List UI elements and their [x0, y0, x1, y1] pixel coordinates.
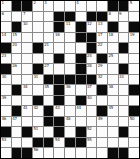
clue-number: 46 — [2, 117, 7, 121]
crossword-cell[interactable]: 8 — [108, 12, 118, 22]
block-cell — [65, 12, 75, 22]
crossword-cell[interactable]: 17 — [97, 33, 107, 43]
block-cell — [54, 54, 64, 64]
crossword-cell[interactable]: 24 — [87, 54, 97, 64]
crossword-cell[interactable] — [44, 22, 54, 32]
block-cell — [54, 117, 64, 127]
crossword-cell[interactable]: 47 — [12, 117, 22, 127]
crossword-cell[interactable]: 35 — [44, 85, 54, 95]
clue-number: 9 — [119, 12, 121, 16]
crossword-cell[interactable]: 33 — [119, 75, 129, 85]
clue-number: 56 — [34, 148, 39, 152]
crossword-cell[interactable] — [54, 64, 64, 74]
crossword-cell[interactable]: 28 — [87, 64, 97, 74]
crossword-cell[interactable] — [119, 54, 129, 64]
clue-number: 53 — [2, 138, 7, 142]
crossword-cell[interactable] — [97, 148, 107, 158]
clue-number: 13 — [98, 22, 103, 26]
clue-number: 49 — [98, 117, 103, 121]
clue-number: 51 — [34, 127, 39, 131]
clue-number: 42 — [34, 106, 39, 110]
block-cell — [76, 22, 86, 32]
crossword-cell[interactable] — [97, 138, 107, 148]
crossword-cell[interactable] — [44, 127, 54, 137]
block-cell — [54, 22, 64, 32]
clue-number: 25 — [108, 54, 113, 58]
crossword-cell[interactable] — [65, 54, 75, 64]
clue-number: 3 — [44, 1, 46, 5]
crossword-cell[interactable]: 15 — [12, 33, 22, 43]
clue-number: 18 — [108, 33, 113, 37]
crossword-cell[interactable] — [87, 106, 97, 116]
crossword-cell[interactable]: 14 — [1, 33, 11, 43]
crossword-cell[interactable]: 37 — [87, 85, 97, 95]
crossword-cell[interactable]: 18 — [108, 33, 118, 43]
clue-number: 26 — [12, 64, 17, 68]
crossword-cell[interactable] — [12, 138, 22, 148]
crossword-cell[interactable]: 1 — [1, 1, 11, 11]
crossword-cell[interactable]: 45 — [108, 106, 118, 116]
crossword-cell[interactable] — [22, 43, 32, 53]
clue-number: 21 — [44, 43, 49, 47]
block-cell — [33, 43, 43, 53]
clue-number: 44 — [76, 106, 81, 110]
block-cell — [108, 148, 118, 158]
crossword-cell[interactable]: 46 — [1, 117, 11, 127]
crossword-cell[interactable] — [108, 117, 118, 127]
crossword-cell[interactable]: 29 — [97, 64, 107, 74]
block-cell — [76, 127, 86, 137]
block-cell — [97, 85, 107, 95]
crossword-cell[interactable]: 23 — [1, 54, 11, 64]
clue-number: 10 — [23, 22, 28, 26]
crossword-cell[interactable]: 44 — [76, 106, 86, 116]
clue-number: 39 — [2, 96, 7, 100]
crossword-puzzle: 1234567891011121314151617181920212223242… — [0, 0, 140, 159]
crossword-cell[interactable]: 4 — [76, 1, 86, 11]
crossword-cell[interactable] — [129, 148, 139, 158]
crossword-cell[interactable] — [97, 127, 107, 137]
block-cell — [129, 106, 139, 116]
crossword-cell[interactable]: 6 — [1, 12, 11, 22]
clue-number: 33 — [119, 75, 124, 79]
crossword-cell[interactable] — [22, 75, 32, 85]
block-cell — [1, 127, 11, 137]
block-cell — [119, 43, 129, 53]
crossword-cell[interactable] — [1, 85, 11, 95]
crossword-cell[interactable] — [129, 64, 139, 74]
clue-number: 7 — [23, 12, 25, 16]
crossword-cell[interactable] — [108, 96, 118, 106]
crossword-cell[interactable] — [108, 138, 118, 148]
block-cell — [12, 148, 22, 158]
crossword-cell[interactable]: 30 — [1, 75, 11, 85]
crossword-cell[interactable]: 39 — [1, 96, 11, 106]
clue-number: 36 — [66, 85, 71, 89]
block-cell — [76, 75, 86, 85]
clue-number: 54 — [55, 138, 60, 142]
block-cell — [76, 64, 86, 74]
clue-number: 20 — [12, 43, 17, 47]
crossword-cell[interactable] — [129, 96, 139, 106]
block-cell — [12, 22, 22, 32]
crossword-cell[interactable]: 26 — [12, 64, 22, 74]
crossword-cell[interactable] — [65, 64, 75, 74]
crossword-cell[interactable]: 38 — [108, 85, 118, 95]
crossword-cell[interactable] — [129, 138, 139, 148]
crossword-cell[interactable] — [44, 33, 54, 43]
clue-number: 37 — [87, 85, 92, 89]
crossword-cell[interactable] — [76, 117, 86, 127]
crossword-cell[interactable]: 12 — [87, 22, 97, 32]
clue-number: 24 — [87, 54, 92, 58]
clue-number: 32 — [98, 75, 103, 79]
crossword-cell[interactable]: 32 — [97, 75, 107, 85]
crossword-cell[interactable] — [65, 148, 75, 158]
crossword-cell[interactable]: 25 — [108, 54, 118, 64]
crossword-cell[interactable] — [119, 96, 129, 106]
block-cell — [119, 127, 129, 137]
block-cell — [12, 106, 22, 116]
crossword-cell[interactable]: 41 — [22, 106, 32, 116]
block-cell — [108, 22, 118, 32]
clue-number: 40 — [87, 96, 92, 100]
crossword-cell[interactable] — [129, 54, 139, 64]
crossword-cell[interactable] — [87, 1, 97, 11]
block-cell — [76, 33, 86, 43]
crossword-cell[interactable]: 50 — [129, 117, 139, 127]
clue-number: 16 — [55, 33, 60, 37]
crossword-cell[interactable] — [76, 12, 86, 22]
block-cell — [119, 64, 129, 74]
crossword-cell[interactable] — [22, 54, 32, 64]
block-cell — [76, 96, 86, 106]
crossword-cell[interactable] — [1, 148, 11, 158]
crossword-cell[interactable] — [33, 117, 43, 127]
crossword-cell[interactable] — [22, 117, 32, 127]
crossword-cell[interactable] — [22, 33, 32, 43]
crossword-cell[interactable] — [12, 127, 22, 137]
crossword-cell[interactable] — [97, 96, 107, 106]
crossword-cell[interactable]: 2 — [33, 1, 43, 11]
crossword-cell[interactable]: 20 — [12, 43, 22, 53]
clue-number: 12 — [87, 22, 92, 26]
block-cell — [33, 138, 43, 148]
clue-number: 6 — [2, 12, 4, 16]
block-cell — [97, 106, 107, 116]
block-cell — [44, 138, 54, 148]
crossword-cell[interactable] — [33, 33, 43, 43]
clue-number: 4 — [76, 1, 78, 5]
clue-number: 48 — [66, 117, 71, 121]
crossword-cell[interactable] — [33, 85, 43, 95]
crossword-cell[interactable]: 27 — [44, 64, 54, 74]
clue-number: 31 — [34, 75, 39, 79]
block-cell — [54, 85, 64, 95]
clue-number: 5 — [130, 1, 132, 5]
clue-number: 15 — [12, 33, 17, 37]
crossword-cell[interactable] — [76, 43, 86, 53]
clue-number: 8 — [108, 12, 110, 16]
block-cell — [54, 75, 64, 85]
block-cell — [65, 75, 75, 85]
crossword-cell[interactable] — [12, 54, 22, 64]
crossword-cell[interactable] — [65, 43, 75, 53]
clue-number: 14 — [2, 33, 7, 37]
crossword-cell[interactable]: 43 — [54, 106, 64, 116]
crossword-cell[interactable] — [65, 33, 75, 43]
block-cell — [54, 12, 64, 22]
clue-number: 38 — [108, 85, 113, 89]
crossword-cell[interactable]: 56 — [33, 148, 43, 158]
crossword-cell[interactable] — [119, 33, 129, 43]
block-cell — [33, 96, 43, 106]
clue-number: 41 — [23, 106, 28, 110]
crossword-cell[interactable] — [76, 148, 86, 158]
crossword-cell[interactable]: 52 — [87, 127, 97, 137]
block-cell — [87, 12, 97, 22]
crossword-cell[interactable]: 49 — [97, 117, 107, 127]
crossword-cell[interactable] — [44, 12, 54, 22]
crossword-cell[interactable] — [12, 12, 22, 22]
crossword-cell[interactable] — [22, 138, 32, 148]
crossword-cell[interactable] — [65, 1, 75, 11]
crossword-cell[interactable] — [44, 96, 54, 106]
clue-number: 19 — [130, 33, 135, 37]
crossword-cell[interactable] — [76, 85, 86, 95]
clue-number: 43 — [55, 106, 60, 110]
crossword-cell[interactable]: 22 — [97, 43, 107, 53]
crossword-cell[interactable] — [22, 64, 32, 74]
block-cell — [76, 54, 86, 64]
crossword-cell[interactable]: 19 — [129, 33, 139, 43]
crossword-cell[interactable] — [65, 96, 75, 106]
crossword-cell[interactable] — [97, 1, 107, 11]
block-cell — [44, 75, 54, 85]
crossword-cell[interactable] — [65, 106, 75, 116]
crossword-cell[interactable] — [108, 127, 118, 137]
clue-number: 30 — [2, 75, 7, 79]
block-cell — [44, 106, 54, 116]
crossword-cell[interactable] — [119, 117, 129, 127]
clue-number: 47 — [12, 117, 17, 121]
crossword-cell[interactable] — [129, 75, 139, 85]
block-cell — [129, 85, 139, 95]
block-cell — [33, 64, 43, 74]
crossword-cell[interactable] — [12, 96, 22, 106]
block-cell — [54, 96, 64, 106]
clue-number: 29 — [98, 64, 103, 68]
crossword-cell[interactable] — [54, 148, 64, 158]
clue-number: 35 — [44, 85, 49, 89]
clue-number: 11 — [66, 22, 71, 26]
crossword-cell[interactable]: 53 — [1, 138, 11, 148]
block-cell — [119, 148, 129, 158]
clue-number: 22 — [98, 43, 103, 47]
crossword-board: 1234567891011121314151617181920212223242… — [0, 0, 140, 159]
block-cell — [54, 127, 64, 137]
block-cell — [76, 138, 86, 148]
crossword-cell[interactable]: 3 — [44, 1, 54, 11]
crossword-cell[interactable]: 10 — [22, 22, 32, 32]
crossword-cell[interactable] — [129, 43, 139, 53]
crossword-cell[interactable] — [129, 127, 139, 137]
crossword-cell[interactable]: 7 — [22, 12, 32, 22]
block-cell — [22, 148, 32, 158]
crossword-cell[interactable] — [119, 106, 129, 116]
crossword-cell[interactable] — [108, 64, 118, 74]
crossword-cell[interactable] — [1, 22, 11, 32]
crossword-cell[interactable] — [22, 96, 32, 106]
crossword-cell[interactable]: 16 — [54, 33, 64, 43]
crossword-cell[interactable]: 51 — [33, 127, 43, 137]
crossword-cell[interactable] — [129, 12, 139, 22]
crossword-cell[interactable]: 13 — [97, 22, 107, 32]
crossword-cell[interactable]: 31 — [33, 75, 43, 85]
clue-number: 50 — [130, 117, 135, 121]
clue-number: 23 — [2, 54, 7, 58]
crossword-cell[interactable] — [33, 22, 43, 32]
crossword-cell[interactable]: 42 — [33, 106, 43, 116]
block-cell — [108, 1, 118, 11]
clue-number: 17 — [98, 33, 103, 37]
crossword-cell[interactable] — [44, 148, 54, 158]
crossword-cell[interactable] — [108, 43, 118, 53]
crossword-cell[interactable]: 36 — [65, 85, 75, 95]
block-cell — [12, 1, 22, 11]
block-cell — [97, 54, 107, 64]
crossword-cell[interactable] — [54, 1, 64, 11]
crossword-cell[interactable] — [119, 22, 129, 32]
crossword-cell[interactable] — [54, 43, 64, 53]
block-cell — [129, 22, 139, 32]
block-cell — [119, 1, 129, 11]
block-cell — [87, 33, 97, 43]
block-cell — [87, 75, 97, 85]
clue-number: 27 — [44, 64, 49, 68]
clue-number: 28 — [87, 64, 92, 68]
clue-number: 2 — [34, 1, 36, 5]
crossword-cell[interactable]: 9 — [119, 12, 129, 22]
crossword-cell[interactable]: 21 — [44, 43, 54, 53]
block-cell — [44, 117, 54, 127]
clue-number: 34 — [23, 85, 28, 89]
crossword-cell[interactable] — [1, 106, 11, 116]
crossword-cell[interactable] — [44, 54, 54, 64]
crossword-cell[interactable] — [12, 75, 22, 85]
block-cell — [87, 43, 97, 53]
crossword-cell[interactable] — [108, 75, 118, 85]
crossword-cell[interactable]: 34 — [22, 85, 32, 95]
block-cell — [97, 12, 107, 22]
block-cell — [12, 85, 22, 95]
block-cell — [1, 43, 11, 53]
crossword-cell[interactable]: 40 — [87, 96, 97, 106]
block-cell — [22, 1, 32, 11]
crossword-cell[interactable] — [33, 54, 43, 64]
crossword-cell[interactable] — [65, 127, 75, 137]
crossword-cell[interactable] — [87, 148, 97, 158]
crossword-cell[interactable] — [87, 117, 97, 127]
crossword-cell[interactable] — [119, 138, 129, 148]
block-cell — [1, 64, 11, 74]
crossword-cell[interactable] — [119, 85, 129, 95]
clue-number: 52 — [87, 127, 92, 131]
crossword-cell[interactable]: 5 — [129, 1, 139, 11]
clue-number: 45 — [108, 106, 113, 110]
crossword-cell[interactable]: 54 — [54, 138, 64, 148]
block-cell — [65, 138, 75, 148]
clue-number: 55 — [87, 138, 92, 142]
crossword-cell[interactable]: 55 — [87, 138, 97, 148]
block-cell — [22, 127, 32, 137]
crossword-cell[interactable] — [33, 12, 43, 22]
clue-number: 1 — [2, 1, 4, 5]
crossword-cell[interactable]: 48 — [65, 117, 75, 127]
crossword-cell[interactable]: 11 — [65, 22, 75, 32]
